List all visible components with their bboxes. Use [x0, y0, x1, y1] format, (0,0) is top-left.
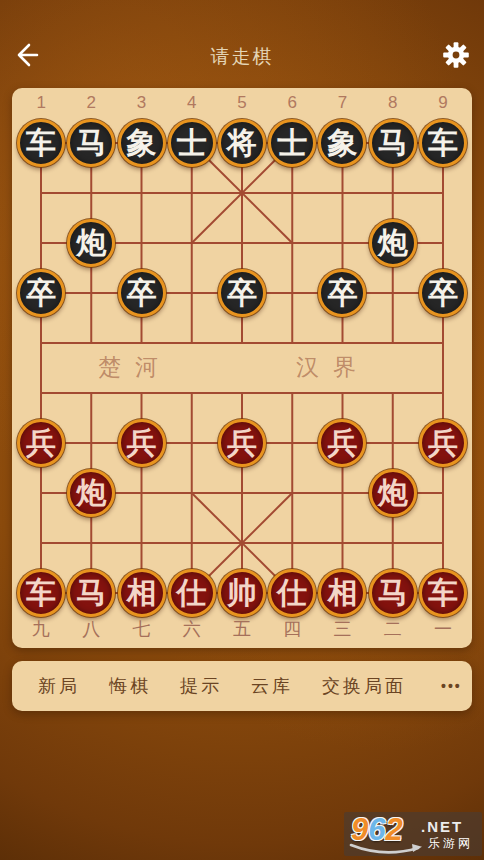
- toolbar-button-3[interactable]: 提示: [180, 674, 222, 698]
- piece-red-soldier[interactable]: 兵: [419, 419, 467, 467]
- app-screen: 请走棋 123456789 楚河 汉界 车马象士将士象马车炮炮卒卒卒卒卒兵兵兵兵…: [0, 0, 484, 860]
- piece-black-soldier[interactable]: 卒: [218, 269, 266, 317]
- settings-button[interactable]: [442, 41, 470, 69]
- piece-red-chariot[interactable]: 车: [419, 569, 467, 617]
- piece-red-elephant[interactable]: 相: [118, 569, 166, 617]
- piece-black-advisor[interactable]: 士: [168, 119, 216, 167]
- file-label-bottom: 三: [317, 617, 367, 641]
- logo-digit-2: 2: [386, 812, 403, 847]
- file-label-bottom: 五: [217, 617, 267, 641]
- logo-swoosh-icon: [348, 843, 426, 856]
- piece-red-horse[interactable]: 马: [369, 569, 417, 617]
- piece-red-soldier[interactable]: 兵: [318, 419, 366, 467]
- file-labels-bottom: 九八七六五四三二一: [16, 617, 468, 641]
- piece-black-cannon[interactable]: 炮: [369, 219, 417, 267]
- piece-red-advisor[interactable]: 仕: [268, 569, 316, 617]
- logo-digit-9: 9: [351, 812, 368, 847]
- piece-red-soldier[interactable]: 兵: [17, 419, 65, 467]
- piece-black-elephant[interactable]: 象: [118, 119, 166, 167]
- piece-black-chariot[interactable]: 车: [17, 119, 65, 167]
- gear-icon: [442, 41, 470, 69]
- piece-red-soldier[interactable]: 兵: [218, 419, 266, 467]
- toolbar-button-5[interactable]: 交换局面: [322, 674, 406, 698]
- more-button[interactable]: •••: [435, 677, 468, 695]
- piece-red-horse[interactable]: 马: [67, 569, 115, 617]
- file-label-bottom: 七: [116, 617, 166, 641]
- piece-red-chariot[interactable]: 车: [17, 569, 65, 617]
- piece-grid: 车马象士将士象马车炮炮卒卒卒卒卒兵兵兵兵兵炮炮车马相仕帅仕相马车: [16, 118, 468, 618]
- piece-red-soldier[interactable]: 兵: [118, 419, 166, 467]
- toolbar-button-2[interactable]: 悔棋: [109, 674, 151, 698]
- piece-black-soldier[interactable]: 卒: [17, 269, 65, 317]
- file-label-bottom: 六: [167, 617, 217, 641]
- xiangqi-board[interactable]: 123456789 楚河 汉界 车马象士将士象马车炮炮卒卒卒卒卒兵兵兵兵兵炮炮车…: [12, 88, 472, 648]
- watermark-962net: 962 .NET 乐游网: [344, 812, 482, 856]
- piece-black-soldier[interactable]: 卒: [118, 269, 166, 317]
- page-title: 请走棋: [0, 44, 484, 70]
- toolbar-button-4[interactable]: 云库: [251, 674, 293, 698]
- file-label-bottom: 一: [418, 617, 468, 641]
- piece-black-advisor[interactable]: 士: [268, 119, 316, 167]
- piece-red-general[interactable]: 帅: [218, 569, 266, 617]
- piece-black-soldier[interactable]: 卒: [419, 269, 467, 317]
- piece-black-horse[interactable]: 马: [369, 119, 417, 167]
- file-label-bottom: 二: [368, 617, 418, 641]
- bottom-toolbar: 新局悔棋提示云库交换局面•••: [12, 661, 472, 711]
- piece-red-elephant[interactable]: 相: [318, 569, 366, 617]
- piece-black-soldier[interactable]: 卒: [318, 269, 366, 317]
- logo-net-suffix: .NET: [421, 818, 463, 835]
- piece-red-cannon[interactable]: 炮: [67, 469, 115, 517]
- piece-black-chariot[interactable]: 车: [419, 119, 467, 167]
- file-label-bottom: 八: [66, 617, 116, 641]
- top-bar: 请走棋: [0, 0, 484, 80]
- piece-black-elephant[interactable]: 象: [318, 119, 366, 167]
- piece-black-horse[interactable]: 马: [67, 119, 115, 167]
- file-label-bottom: 四: [267, 617, 317, 641]
- file-label-bottom: 九: [16, 617, 66, 641]
- piece-red-advisor[interactable]: 仕: [168, 569, 216, 617]
- toolbar-button-1[interactable]: 新局: [38, 674, 80, 698]
- logo-digit-6: 6: [368, 812, 385, 847]
- piece-black-cannon[interactable]: 炮: [67, 219, 115, 267]
- logo-site-name: 乐游网: [428, 835, 473, 852]
- piece-red-cannon[interactable]: 炮: [369, 469, 417, 517]
- piece-black-general[interactable]: 将: [218, 119, 266, 167]
